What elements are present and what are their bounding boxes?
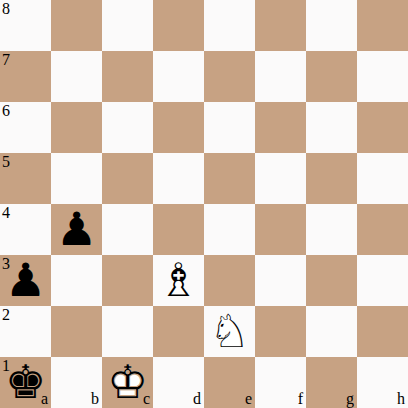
square-f7[interactable] bbox=[255, 51, 306, 102]
square-g6[interactable] bbox=[306, 102, 357, 153]
file-label-b: b bbox=[91, 391, 99, 407]
square-g7[interactable] bbox=[306, 51, 357, 102]
square-h2[interactable] bbox=[357, 306, 408, 357]
rank-label-6: 6 bbox=[2, 103, 10, 119]
square-f2[interactable] bbox=[255, 306, 306, 357]
square-e4[interactable] bbox=[204, 204, 255, 255]
square-c6[interactable] bbox=[102, 102, 153, 153]
piece-black-king[interactable]: ♚ bbox=[0, 357, 51, 408]
square-b1[interactable]: b bbox=[51, 357, 102, 408]
square-b4[interactable]: ♟ bbox=[51, 204, 102, 255]
square-f3[interactable] bbox=[255, 255, 306, 306]
square-h4[interactable] bbox=[357, 204, 408, 255]
rank-label-4: 4 bbox=[2, 205, 10, 221]
square-d5[interactable] bbox=[153, 153, 204, 204]
square-c3[interactable] bbox=[102, 255, 153, 306]
file-label-e: e bbox=[245, 391, 252, 407]
square-f1[interactable]: f bbox=[255, 357, 306, 408]
piece-white-king[interactable]: ♔ bbox=[102, 357, 153, 408]
square-b7[interactable] bbox=[51, 51, 102, 102]
square-b2[interactable] bbox=[51, 306, 102, 357]
square-a4[interactable]: 4 bbox=[0, 204, 51, 255]
square-e2[interactable]: ♞♘ bbox=[204, 306, 255, 357]
square-h1[interactable]: h bbox=[357, 357, 408, 408]
square-h6[interactable] bbox=[357, 102, 408, 153]
square-b5[interactable] bbox=[51, 153, 102, 204]
square-h3[interactable] bbox=[357, 255, 408, 306]
board-grid: 87654♟3♟♝♗2♞♘1a♚bc♚♔defgh bbox=[0, 0, 408, 408]
square-f6[interactable] bbox=[255, 102, 306, 153]
square-d1[interactable]: d bbox=[153, 357, 204, 408]
square-e3[interactable] bbox=[204, 255, 255, 306]
file-label-h: h bbox=[397, 391, 405, 407]
file-label-g: g bbox=[346, 391, 354, 407]
square-d7[interactable] bbox=[153, 51, 204, 102]
square-g2[interactable] bbox=[306, 306, 357, 357]
piece-black-pawn[interactable]: ♟ bbox=[0, 255, 51, 306]
square-c7[interactable] bbox=[102, 51, 153, 102]
square-a1[interactable]: 1a♚ bbox=[0, 357, 51, 408]
square-f8[interactable] bbox=[255, 0, 306, 51]
square-a7[interactable]: 7 bbox=[0, 51, 51, 102]
square-a3[interactable]: 3♟ bbox=[0, 255, 51, 306]
square-f4[interactable] bbox=[255, 204, 306, 255]
rank-label-7: 7 bbox=[2, 52, 10, 68]
rank-label-2: 2 bbox=[2, 307, 10, 323]
square-e6[interactable] bbox=[204, 102, 255, 153]
square-e1[interactable]: e bbox=[204, 357, 255, 408]
piece-white-bishop[interactable]: ♗ bbox=[153, 255, 204, 306]
square-a2[interactable]: 2 bbox=[0, 306, 51, 357]
square-a6[interactable]: 6 bbox=[0, 102, 51, 153]
square-e5[interactable] bbox=[204, 153, 255, 204]
rank-label-8: 8 bbox=[2, 1, 10, 17]
square-d2[interactable] bbox=[153, 306, 204, 357]
square-d6[interactable] bbox=[153, 102, 204, 153]
square-b3[interactable] bbox=[51, 255, 102, 306]
square-g4[interactable] bbox=[306, 204, 357, 255]
square-e8[interactable] bbox=[204, 0, 255, 51]
square-d3[interactable]: ♝♗ bbox=[153, 255, 204, 306]
square-c8[interactable] bbox=[102, 0, 153, 51]
square-g3[interactable] bbox=[306, 255, 357, 306]
square-g1[interactable]: g bbox=[306, 357, 357, 408]
square-c5[interactable] bbox=[102, 153, 153, 204]
square-e7[interactable] bbox=[204, 51, 255, 102]
square-h8[interactable] bbox=[357, 0, 408, 51]
square-h7[interactable] bbox=[357, 51, 408, 102]
square-d4[interactable] bbox=[153, 204, 204, 255]
square-g8[interactable] bbox=[306, 0, 357, 51]
square-c1[interactable]: c♚♔ bbox=[102, 357, 153, 408]
piece-white-knight[interactable]: ♘ bbox=[204, 306, 255, 357]
file-label-d: d bbox=[193, 391, 201, 407]
chess-board: 87654♟3♟♝♗2♞♘1a♚bc♚♔defgh bbox=[0, 0, 408, 408]
square-a8[interactable]: 8 bbox=[0, 0, 51, 51]
rank-label-5: 5 bbox=[2, 154, 10, 170]
square-c4[interactable] bbox=[102, 204, 153, 255]
square-g5[interactable] bbox=[306, 153, 357, 204]
square-a5[interactable]: 5 bbox=[0, 153, 51, 204]
square-b6[interactable] bbox=[51, 102, 102, 153]
square-c2[interactable] bbox=[102, 306, 153, 357]
square-f5[interactable] bbox=[255, 153, 306, 204]
square-h5[interactable] bbox=[357, 153, 408, 204]
piece-black-pawn[interactable]: ♟ bbox=[51, 204, 102, 255]
square-d8[interactable] bbox=[153, 0, 204, 51]
square-b8[interactable] bbox=[51, 0, 102, 51]
file-label-f: f bbox=[298, 391, 303, 407]
